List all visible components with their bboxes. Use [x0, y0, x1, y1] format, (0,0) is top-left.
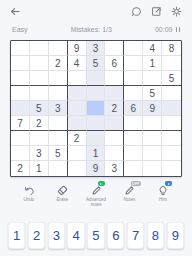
sudoku-cell-r2c5[interactable]: 5: [87, 56, 106, 71]
notes-label: Notes: [124, 197, 136, 202]
numpad-key-3[interactable]: 3: [48, 222, 65, 249]
back-arrow-icon[interactable]: [10, 6, 21, 17]
advanced-notes-button[interactable]: Advanced notes: [80, 184, 112, 208]
sudoku-cell-r6c6[interactable]: [105, 116, 124, 131]
sudoku-cell-r4c6[interactable]: [105, 86, 124, 101]
sudoku-cell-r7c9[interactable]: [162, 131, 181, 146]
sudoku-cell-r6c7[interactable]: [124, 116, 143, 131]
sudoku-cell-r2c3[interactable]: 2: [49, 56, 68, 71]
sudoku-cell-r3c1[interactable]: [11, 71, 30, 86]
sudoku-cell-r7c7[interactable]: [124, 131, 143, 146]
sudoku-cell-r9c4[interactable]: [68, 161, 87, 176]
sudoku-cell-r2c4[interactable]: 4: [68, 56, 87, 71]
sudoku-cell-r4c5[interactable]: [87, 86, 106, 101]
sudoku-cell-r5c9[interactable]: [162, 101, 181, 116]
sudoku-cell-r2c8[interactable]: 1: [143, 56, 162, 71]
notes-off-badge: OFF: [131, 181, 141, 186]
sudoku-cell-r8c9[interactable]: [162, 146, 181, 161]
sudoku-cell-r1c9[interactable]: 8: [162, 41, 181, 56]
sudoku-cell-r3c6[interactable]: [105, 71, 124, 86]
sudoku-cell-r6c5[interactable]: [87, 116, 106, 131]
sudoku-cell-r7c3[interactable]: [49, 131, 68, 146]
sudoku-cell-r2c2[interactable]: [30, 56, 49, 71]
sudoku-cell-r1c5[interactable]: 3: [87, 41, 106, 56]
sudoku-cell-r3c4[interactable]: [68, 71, 87, 86]
sudoku-cell-r2c1[interactable]: [11, 56, 30, 71]
pause-button[interactable]: [176, 27, 181, 32]
numpad-key-6[interactable]: 6: [107, 222, 124, 249]
sudoku-cell-r5c4[interactable]: [68, 101, 87, 116]
sudoku-cell-r9c6[interactable]: 3: [105, 161, 124, 176]
sudoku-cell-r1c7[interactable]: [124, 41, 143, 56]
sudoku-cell-r9c7[interactable]: [124, 161, 143, 176]
sudoku-cell-r8c3[interactable]: 5: [49, 146, 68, 161]
palette-icon[interactable]: [131, 6, 142, 17]
sudoku-cell-r7c6[interactable]: [105, 131, 124, 146]
sudoku-cell-r5c8[interactable]: 9: [143, 101, 162, 116]
lightbulb-icon: [158, 184, 168, 196]
sudoku-cell-r4c2[interactable]: [30, 86, 49, 101]
sudoku-cell-r4c4[interactable]: [68, 86, 87, 101]
sudoku-cell-r7c2[interactable]: [30, 131, 49, 146]
numpad-key-4[interactable]: 4: [67, 222, 84, 249]
sudoku-cell-r4c9[interactable]: [162, 86, 181, 101]
numpad-key-7[interactable]: 7: [127, 222, 144, 249]
undo-button[interactable]: Undo: [13, 184, 45, 202]
sudoku-cell-r4c1[interactable]: [11, 86, 30, 101]
sudoku-cell-r9c2[interactable]: 1: [30, 161, 49, 176]
sudoku-cell-r1c4[interactable]: 9: [68, 41, 87, 56]
sudoku-cell-r8c4[interactable]: [68, 146, 87, 161]
sudoku-cell-r9c1[interactable]: 2: [11, 161, 30, 176]
sudoku-cell-r6c4[interactable]: [68, 116, 87, 131]
sudoku-cell-r6c9[interactable]: [162, 116, 181, 131]
sudoku-cell-r6c3[interactable]: [49, 116, 68, 131]
numpad-key-9[interactable]: 9: [167, 222, 184, 249]
sudoku-cell-r5c3[interactable]: 3: [49, 101, 68, 116]
sudoku-cell-r5c5[interactable]: [87, 101, 106, 116]
pencil-icon: OFF: [124, 184, 135, 196]
undo-icon: [24, 184, 35, 196]
timer: 00:09: [155, 26, 173, 33]
toolbar: Undo Erase Advanced notes OFF Notes: [0, 184, 192, 214]
sudoku-cell-r6c2[interactable]: 2: [30, 116, 49, 131]
sudoku-cell-r4c3[interactable]: [49, 86, 68, 101]
undo-label: Undo: [24, 197, 35, 202]
ad-video-badge-green: [98, 181, 105, 186]
sudoku-cell-r6c8[interactable]: [143, 116, 162, 131]
sudoku-cell-r3c2[interactable]: [30, 71, 49, 86]
status-bar: Easy Mistakes: 1/3 00:09: [0, 22, 192, 37]
mistakes-counter: Mistakes: 1/3: [71, 26, 112, 33]
sudoku-cell-r1c3[interactable]: [49, 41, 68, 56]
sudoku-cell-r3c3[interactable]: [49, 71, 68, 86]
sudoku-cell-r3c5[interactable]: [87, 71, 106, 86]
sudoku-cell-r9c5[interactable]: 9: [87, 161, 106, 176]
sudoku-cell-r2c6[interactable]: 6: [105, 56, 124, 71]
sudoku-cell-r1c8[interactable]: 4: [143, 41, 162, 56]
hint-button[interactable]: Hint: [147, 184, 179, 202]
sudoku-cell-r4c8[interactable]: 5: [143, 86, 162, 101]
sudoku-cell-r5c6[interactable]: 2: [105, 101, 124, 116]
hint-label: Hint: [159, 197, 167, 202]
numpad-key-5[interactable]: 5: [87, 222, 104, 249]
sudoku-cell-r1c2[interactable]: [30, 41, 49, 56]
advanced-notes-label: Advanced notes: [86, 197, 106, 208]
sudoku-cell-r8c7[interactable]: [124, 146, 143, 161]
sudoku-cell-r5c7[interactable]: 6: [124, 101, 143, 116]
erase-button[interactable]: Erase: [47, 184, 79, 202]
sudoku-cell-r2c7[interactable]: [124, 56, 143, 71]
erase-label: Erase: [57, 197, 69, 202]
numpad-key-1[interactable]: 1: [8, 222, 25, 249]
sudoku-cell-r7c4[interactable]: 2: [68, 131, 87, 146]
settings-gear-icon[interactable]: [171, 6, 182, 17]
sudoku-cell-r9c9[interactable]: [162, 161, 181, 176]
sudoku-board: 93482456155532697223512193: [10, 40, 182, 177]
sudoku-cell-r1c6[interactable]: [105, 41, 124, 56]
notes-button[interactable]: OFF Notes: [114, 184, 146, 202]
numpad-key-2[interactable]: 2: [28, 222, 45, 249]
sudoku-cell-r8c6[interactable]: [105, 146, 124, 161]
sudoku-cell-r5c1[interactable]: [11, 101, 30, 116]
share-icon[interactable]: [151, 6, 162, 17]
sudoku-cell-r8c2[interactable]: 3: [30, 146, 49, 161]
ad-video-badge-blue: [165, 181, 172, 186]
sudoku-cell-r3c7[interactable]: [124, 71, 143, 86]
sudoku-cell-r8c1[interactable]: [11, 146, 30, 161]
sudoku-cell-r6c1[interactable]: 7: [11, 116, 30, 131]
sudoku-cell-r5c2[interactable]: 5: [30, 101, 49, 116]
sudoku-cell-r7c5[interactable]: [87, 131, 106, 146]
sudoku-cell-r8c5[interactable]: 1: [87, 146, 106, 161]
sudoku-cell-r7c1[interactable]: [11, 131, 30, 146]
sudoku-cell-r9c3[interactable]: [49, 161, 68, 176]
sudoku-cell-r3c9[interactable]: 5: [162, 71, 181, 86]
eraser-icon: [57, 184, 68, 196]
sudoku-cell-r1c1[interactable]: [11, 41, 30, 56]
number-pad: 123456789: [8, 222, 184, 249]
numpad-key-8[interactable]: 8: [147, 222, 164, 249]
difficulty-label: Easy: [12, 26, 28, 33]
sudoku-cell-r7c8[interactable]: [143, 131, 162, 146]
sudoku-cell-r8c8[interactable]: [143, 146, 162, 161]
sudoku-cell-r3c8[interactable]: [143, 71, 162, 86]
pencil-icon: [91, 184, 102, 196]
sudoku-cell-r9c8[interactable]: [143, 161, 162, 176]
sudoku-cell-r4c7[interactable]: [124, 86, 143, 101]
sudoku-cell-r2c9[interactable]: [162, 56, 181, 71]
header: [0, 0, 192, 22]
